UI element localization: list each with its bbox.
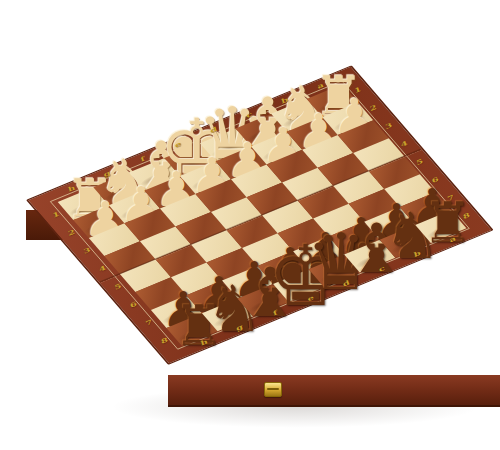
box-side-front <box>168 375 500 407</box>
brass-clasp-left <box>264 382 282 397</box>
chess-board: ♜♞♝♚♛♝♞♜♟♟♟♟♟♟♟♟♟♟♟♟♟♟♟♟♜♞♝♚♛♝♞♜ 11hh22g… <box>26 65 494 365</box>
chess-set-photo: ♜♞♝♚♛♝♞♜♟♟♟♟♟♟♟♟♟♟♟♟♟♟♟♟♜♞♝♚♛♝♞♜ 11hh22g… <box>0 0 500 450</box>
